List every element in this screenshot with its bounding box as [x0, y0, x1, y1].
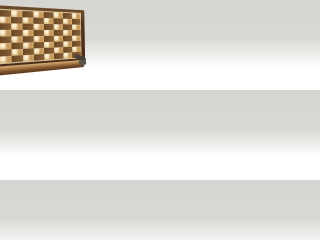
board-square — [23, 55, 34, 62]
board-square — [12, 55, 24, 62]
latch-tongue — [79, 59, 87, 65]
board-square — [54, 53, 63, 59]
board-square — [44, 53, 54, 60]
frame-inlay-line — [0, 9, 82, 65]
board-frame — [0, 5, 85, 68]
board-grid — [0, 10, 81, 63]
latch-icon — [75, 56, 89, 67]
board-square — [63, 52, 72, 58]
chess-board — [0, 5, 85, 76]
board-square — [0, 56, 12, 63]
photo-backdrop: { "game": "chess", "scene": "empty woode… — [0, 0, 90, 90]
board-square — [34, 54, 44, 61]
